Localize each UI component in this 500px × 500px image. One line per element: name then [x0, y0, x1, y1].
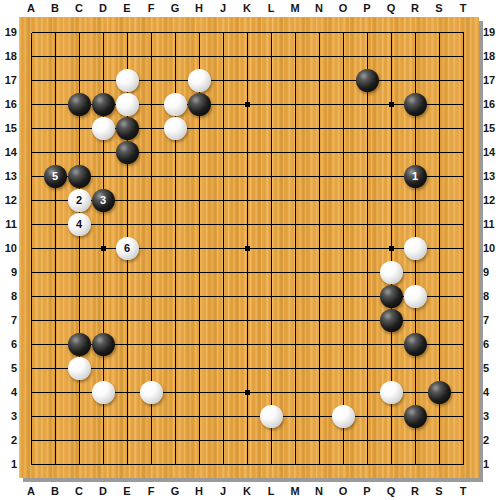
col-label-top-N: N: [307, 0, 331, 16]
white-stone-G16[interactable]: [164, 93, 187, 116]
col-label-top-M: M: [283, 0, 307, 16]
row-label-left-3: 3: [0, 408, 17, 424]
row-label-left-11: 11: [0, 216, 17, 232]
black-stone-R16[interactable]: [404, 93, 427, 116]
move-number-4: 4: [76, 219, 82, 230]
row-label-right-16: 16: [483, 96, 500, 112]
black-stone-C6[interactable]: [68, 333, 91, 356]
col-label-top-E: E: [115, 0, 139, 16]
col-label-top-T: T: [451, 0, 475, 16]
black-stone-E15[interactable]: [116, 117, 139, 140]
black-stone-S4[interactable]: [428, 381, 451, 404]
black-stone-C16[interactable]: [68, 93, 91, 116]
row-label-left-9: 9: [0, 264, 17, 280]
move-number-5: 5: [52, 171, 58, 182]
row-label-right-11: 11: [483, 216, 500, 232]
white-stone-L3[interactable]: [260, 405, 283, 428]
row-label-left-15: 15: [0, 120, 17, 136]
col-label-top-C: C: [67, 0, 91, 16]
go-board[interactable]: 512346: [19, 17, 479, 478]
white-stone-C12[interactable]: 2: [68, 189, 91, 212]
row-label-right-17: 17: [483, 72, 500, 88]
black-stone-P17[interactable]: [356, 69, 379, 92]
col-label-top-Q: Q: [379, 0, 403, 16]
white-stone-D4[interactable]: [92, 381, 115, 404]
col-label-top-F: F: [139, 0, 163, 16]
col-label-bottom-G: G: [163, 483, 187, 499]
col-label-bottom-R: R: [403, 483, 427, 499]
go-board-app: ABCDEFGHJKLMNOPQRST ABCDEFGHJKLMNOPQRST …: [0, 0, 500, 500]
col-label-bottom-C: C: [67, 483, 91, 499]
black-stone-D6[interactable]: [92, 333, 115, 356]
row-label-right-13: 13: [483, 168, 500, 184]
col-label-top-P: P: [355, 0, 379, 16]
col-label-bottom-P: P: [355, 483, 379, 499]
col-label-bottom-S: S: [427, 483, 451, 499]
white-stone-E10[interactable]: 6: [116, 237, 139, 260]
row-label-left-2: 2: [0, 432, 17, 448]
col-label-bottom-A: A: [19, 483, 43, 499]
col-label-bottom-D: D: [91, 483, 115, 499]
black-stone-H16[interactable]: [188, 93, 211, 116]
row-label-right-2: 2: [483, 432, 500, 448]
black-stone-Q7[interactable]: [380, 309, 403, 332]
row-label-right-19: 19: [483, 24, 500, 40]
col-label-bottom-L: L: [259, 483, 283, 499]
col-label-bottom-F: F: [139, 483, 163, 499]
black-stone-R13[interactable]: 1: [404, 165, 427, 188]
row-label-right-7: 7: [483, 312, 500, 328]
row-label-right-8: 8: [483, 288, 500, 304]
col-label-bottom-K: K: [235, 483, 259, 499]
white-stone-G15[interactable]: [164, 117, 187, 140]
row-label-right-9: 9: [483, 264, 500, 280]
row-label-left-7: 7: [0, 312, 17, 328]
white-stone-Q4[interactable]: [380, 381, 403, 404]
row-label-right-15: 15: [483, 120, 500, 136]
col-label-bottom-E: E: [115, 483, 139, 499]
black-stone-R6[interactable]: [404, 333, 427, 356]
row-label-left-18: 18: [0, 48, 17, 64]
row-label-left-16: 16: [0, 96, 17, 112]
col-label-bottom-H: H: [187, 483, 211, 499]
row-label-left-10: 10: [0, 240, 17, 256]
move-number-6: 6: [124, 243, 130, 254]
white-stone-R8[interactable]: [404, 285, 427, 308]
black-stone-C13[interactable]: [68, 165, 91, 188]
white-stone-D15[interactable]: [92, 117, 115, 140]
col-label-top-H: H: [187, 0, 211, 16]
black-stone-Q8[interactable]: [380, 285, 403, 308]
row-label-right-14: 14: [483, 144, 500, 160]
row-label-right-12: 12: [483, 192, 500, 208]
black-stone-D12[interactable]: 3: [92, 189, 115, 212]
white-stone-F4[interactable]: [140, 381, 163, 404]
move-number-3: 3: [100, 195, 106, 206]
row-label-right-18: 18: [483, 48, 500, 64]
white-stone-E17[interactable]: [116, 69, 139, 92]
col-label-top-G: G: [163, 0, 187, 16]
row-label-left-13: 13: [0, 168, 17, 184]
black-stone-R3[interactable]: [404, 405, 427, 428]
row-label-left-4: 4: [0, 384, 17, 400]
move-number-2: 2: [76, 195, 82, 206]
col-label-top-L: L: [259, 0, 283, 16]
row-label-right-5: 5: [483, 360, 500, 376]
col-label-top-D: D: [91, 0, 115, 16]
white-stone-E16[interactable]: [116, 93, 139, 116]
col-label-bottom-Q: Q: [379, 483, 403, 499]
row-label-left-6: 6: [0, 336, 17, 352]
row-label-left-14: 14: [0, 144, 17, 160]
col-label-top-B: B: [43, 0, 67, 16]
col-label-top-K: K: [235, 0, 259, 16]
row-label-left-12: 12: [0, 192, 17, 208]
row-label-left-1: 1: [0, 456, 17, 472]
col-label-bottom-M: M: [283, 483, 307, 499]
black-stone-E14[interactable]: [116, 141, 139, 164]
col-label-top-A: A: [19, 0, 43, 16]
move-number-1: 1: [412, 171, 418, 182]
row-label-left-17: 17: [0, 72, 17, 88]
col-label-top-J: J: [211, 0, 235, 16]
row-label-left-8: 8: [0, 288, 17, 304]
col-label-bottom-B: B: [43, 483, 67, 499]
white-stone-R10[interactable]: [404, 237, 427, 260]
row-label-right-1: 1: [483, 456, 500, 472]
col-label-bottom-N: N: [307, 483, 331, 499]
col-label-bottom-T: T: [451, 483, 475, 499]
row-label-right-6: 6: [483, 336, 500, 352]
white-stone-C5[interactable]: [68, 357, 91, 380]
row-label-right-4: 4: [483, 384, 500, 400]
row-label-left-19: 19: [0, 24, 17, 40]
stones-layer: 512346: [19, 20, 475, 476]
col-label-bottom-O: O: [331, 483, 355, 499]
col-label-top-S: S: [427, 0, 451, 16]
white-stone-Q9[interactable]: [380, 261, 403, 284]
black-stone-B13[interactable]: 5: [44, 165, 67, 188]
white-stone-C11[interactable]: 4: [68, 213, 91, 236]
white-stone-H17[interactable]: [188, 69, 211, 92]
col-label-bottom-J: J: [211, 483, 235, 499]
col-label-top-O: O: [331, 0, 355, 16]
white-stone-O3[interactable]: [332, 405, 355, 428]
row-label-right-3: 3: [483, 408, 500, 424]
row-label-right-10: 10: [483, 240, 500, 256]
col-label-top-R: R: [403, 0, 427, 16]
black-stone-D16[interactable]: [92, 93, 115, 116]
row-label-left-5: 5: [0, 360, 17, 376]
